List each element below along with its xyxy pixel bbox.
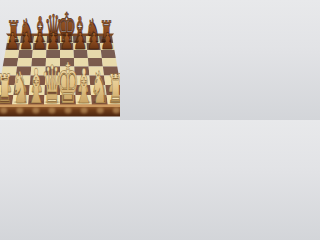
piece-black-pawn[interactable]: ♟ <box>19 28 33 55</box>
piece-white-knight[interactable]: ♞ <box>90 61 108 112</box>
piece-black-pawn[interactable]: ♟ <box>32 28 46 55</box>
table-surface <box>0 116 120 120</box>
board-scene: ♜♞♝♛♚♝♞♜♟♟♟♟♟♟♟♟♟♟♟♟♟♟♟♟♜♞♝♛♚♝♞♜ <box>0 0 120 120</box>
piece-black-pawn[interactable]: ♟ <box>87 28 101 55</box>
piece-black-pawn[interactable]: ♟ <box>5 28 19 55</box>
piece-white-rook[interactable]: ♜ <box>107 65 120 111</box>
piece-black-pawn[interactable]: ♟ <box>100 28 114 55</box>
chessboard-photo: ♜♞♝♛♚♝♞♜♟♟♟♟♟♟♟♟♟♟♟♟♟♟♟♟♜♞♝♛♚♝♞♜ <box>0 0 120 120</box>
